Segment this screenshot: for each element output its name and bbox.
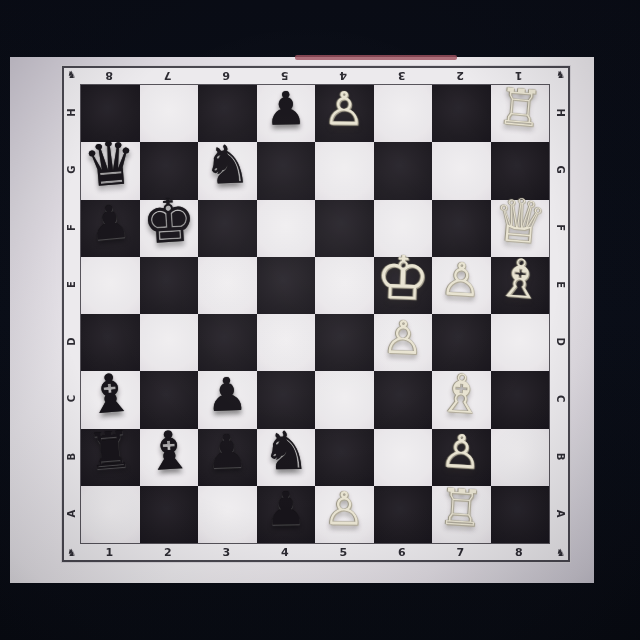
square-h2: [140, 85, 199, 142]
rank-labels-top: 12345678: [80, 69, 548, 82]
rank-label-4: 4: [256, 546, 315, 559]
square-g7: [432, 142, 491, 199]
piece-white-rook: ♖: [437, 482, 485, 535]
square-f5: [315, 200, 374, 257]
piece-black-rook: ♜: [86, 424, 135, 478]
piece-black-pawn: ♟: [206, 371, 249, 418]
piece-black-knight: ♞: [203, 137, 252, 192]
rank-label-8: 8: [490, 546, 549, 559]
square-e1: [81, 257, 140, 314]
square-g4: [257, 142, 316, 199]
square-d3: [198, 314, 257, 371]
square-f3: [198, 200, 257, 257]
square-g2: [140, 142, 199, 199]
square-h5: ♙: [315, 85, 374, 142]
file-labels-right: HGFEDCBA: [554, 84, 567, 542]
square-d8: [491, 314, 550, 371]
piece-black-knight: ♞: [262, 424, 310, 478]
square-c7: ♗: [432, 371, 491, 428]
rank-label-2: 2: [139, 546, 198, 559]
piece-black-pawn: ♟: [206, 428, 249, 475]
rank-label-2: 2: [431, 69, 490, 82]
square-c1: ♝: [81, 371, 140, 428]
square-a3: [198, 486, 257, 543]
square-e2: [140, 257, 199, 314]
square-f2: ♚: [140, 200, 199, 257]
square-e4: [257, 257, 316, 314]
square-f8: ♕: [491, 200, 550, 257]
square-e8: ♗: [491, 257, 550, 314]
rank-label-7: 7: [431, 546, 490, 559]
square-a6: [374, 486, 433, 543]
piece-black-bishop: ♝: [84, 365, 136, 422]
piece-black-king: ♚: [140, 189, 197, 252]
piece-white-bishop: ♗: [436, 366, 487, 422]
square-h8: ♖: [491, 85, 550, 142]
rank-label-8: 8: [80, 69, 139, 82]
rank-label-3: 3: [373, 69, 432, 82]
rank-label-4: 4: [314, 69, 373, 82]
square-f1: ♟: [81, 200, 140, 257]
corner-knight-emblem: ♞: [67, 70, 76, 80]
square-b1: ♜: [81, 429, 140, 486]
rank-labels-bottom: 12345678: [80, 546, 548, 559]
piece-white-pawn: ♙: [439, 427, 483, 475]
piece-black-pawn: ♟: [88, 198, 133, 247]
square-f4: [257, 200, 316, 257]
square-e7: ♙: [432, 257, 491, 314]
square-h3: [198, 85, 257, 142]
square-g5: [315, 142, 374, 199]
rank-label-6: 6: [197, 69, 256, 82]
corner-knight-emblem: ♞: [67, 548, 76, 558]
square-b7: ♙: [432, 429, 491, 486]
square-e5: [315, 257, 374, 314]
file-labels-left: HGFEDCBA: [65, 84, 78, 542]
square-b8: [491, 429, 550, 486]
rank-label-5: 5: [256, 69, 315, 82]
square-c6: [374, 371, 433, 428]
square-h1: [81, 85, 140, 142]
piece-white-king: ♔: [375, 247, 431, 309]
square-a1: [81, 486, 140, 543]
piece-white-pawn: ♙: [323, 486, 365, 533]
board-photo: ♞ ♞ ♞ ♞ 12345678 12345678 HGFEDCBA HGFED…: [0, 0, 640, 640]
square-a8: [491, 486, 550, 543]
corner-knight-emblem: ♞: [556, 70, 565, 80]
piece-white-pawn: ♙: [323, 85, 365, 132]
board-grid: ♟♙♖♛♞♟♚♕♔♙♗♙♝♟♗♜♝♟♞♙♟♙♖: [80, 84, 550, 544]
square-b2: ♝: [140, 429, 199, 486]
square-d4: [257, 314, 316, 371]
square-e3: [198, 257, 257, 314]
corner-knight-emblem: ♞: [556, 548, 565, 558]
piece-white-rook: ♖: [495, 81, 544, 135]
square-d1: [81, 314, 140, 371]
square-c8: [491, 371, 550, 428]
square-c3: ♟: [198, 371, 257, 428]
square-d6: ♙: [374, 314, 433, 371]
square-a2: [140, 486, 199, 543]
square-f6: [374, 200, 433, 257]
square-a4: ♟: [257, 486, 316, 543]
square-d5: [315, 314, 374, 371]
square-g1: ♛: [81, 142, 140, 199]
square-h4: ♟: [257, 85, 316, 142]
piece-black-bishop: ♝: [143, 423, 194, 479]
piece-white-bishop: ♗: [494, 251, 546, 308]
square-b6: [374, 429, 433, 486]
square-c5: [315, 371, 374, 428]
square-c2: [140, 371, 199, 428]
square-a5: ♙: [315, 486, 374, 543]
rank-label-3: 3: [197, 546, 256, 559]
piece-white-pawn: ♙: [439, 256, 483, 304]
square-c4: [257, 371, 316, 428]
piece-white-pawn: ♙: [381, 313, 424, 360]
square-a7: ♖: [432, 486, 491, 543]
piece-black-pawn: ♟: [265, 85, 307, 132]
square-g3: ♞: [198, 142, 257, 199]
square-h7: [432, 85, 491, 142]
chessboard: ♞ ♞ ♞ ♞ 12345678 12345678 HGFEDCBA HGFED…: [62, 66, 570, 562]
rank-label-1: 1: [490, 69, 549, 82]
red-streak: [295, 55, 457, 60]
rank-label-6: 6: [373, 546, 432, 559]
square-b4: ♞: [257, 429, 316, 486]
rank-label-5: 5: [314, 546, 373, 559]
square-d7: [432, 314, 491, 371]
square-e6: ♔: [374, 257, 433, 314]
square-h6: [374, 85, 433, 142]
piece-black-pawn: ♟: [265, 486, 307, 533]
square-d2: [140, 314, 199, 371]
rank-label-1: 1: [80, 546, 139, 559]
square-g6: [374, 142, 433, 199]
rank-label-7: 7: [139, 69, 198, 82]
square-b3: ♟: [198, 429, 257, 486]
square-g8: [491, 142, 550, 199]
square-f7: [432, 200, 491, 257]
square-b5: [315, 429, 374, 486]
